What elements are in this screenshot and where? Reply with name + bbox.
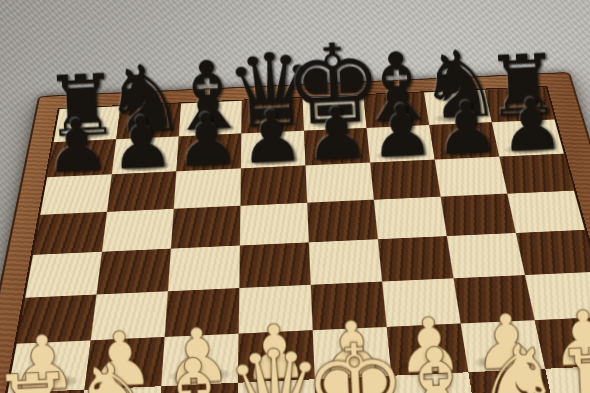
square-h5[interactable] xyxy=(507,191,584,233)
black-pawn[interactable]: ♟ xyxy=(433,92,500,166)
square-c4[interactable] xyxy=(168,245,240,291)
black-pawn[interactable]: ♟ xyxy=(368,95,435,169)
square-d4[interactable] xyxy=(239,242,310,288)
square-e4[interactable] xyxy=(309,239,382,285)
square-d5[interactable] xyxy=(240,203,309,246)
square-f5[interactable] xyxy=(374,197,447,240)
square-e1[interactable]: ♚ xyxy=(315,376,397,393)
square-h4[interactable] xyxy=(516,230,590,275)
black-pawn[interactable]: ♟ xyxy=(498,89,565,163)
board-grid: ♜♞♝♛♚♝♞♜♟♟♟♟♟♟♟♟♟♟♟♟♟♟♟♟♜♞♝♛♚♝♞♜ xyxy=(0,86,590,393)
square-g5[interactable] xyxy=(441,194,516,236)
square-a4[interactable] xyxy=(25,252,102,298)
square-e5[interactable] xyxy=(307,200,378,243)
square-h7[interactable]: ♟ xyxy=(492,119,564,156)
square-a7[interactable]: ♟ xyxy=(47,139,116,177)
square-d7[interactable]: ♟ xyxy=(241,131,306,169)
square-c5[interactable] xyxy=(171,206,241,249)
square-b7[interactable]: ♟ xyxy=(112,136,179,174)
square-e7[interactable]: ♟ xyxy=(304,128,370,166)
square-f7[interactable]: ♟ xyxy=(367,125,435,163)
square-b5[interactable] xyxy=(102,209,174,252)
square-b4[interactable] xyxy=(97,249,171,295)
white-rook[interactable]: ♜ xyxy=(553,334,590,393)
square-f4[interactable] xyxy=(378,236,454,281)
black-pawn[interactable]: ♟ xyxy=(43,110,110,184)
white-king[interactable]: ♚ xyxy=(301,326,410,393)
black-pawn[interactable]: ♟ xyxy=(108,107,175,181)
square-a5[interactable] xyxy=(33,212,107,255)
square-g7[interactable]: ♟ xyxy=(429,122,499,159)
black-pawn[interactable]: ♟ xyxy=(173,104,240,178)
black-pawn[interactable]: ♟ xyxy=(238,101,305,175)
square-c7[interactable]: ♟ xyxy=(176,134,241,172)
chess-board: ♜♞♝♛♚♝♞♜♟♟♟♟♟♟♟♟♟♟♟♟♟♟♟♟♜♞♝♛♚♝♞♜ xyxy=(0,72,590,393)
background-carpet: ♜♞♝♛♚♝♞♜♟♟♟♟♟♟♟♟♟♟♟♟♟♟♟♟♜♞♝♛♚♝♞♜ xyxy=(0,0,590,393)
square-g4[interactable] xyxy=(447,233,525,278)
black-pawn[interactable]: ♟ xyxy=(303,98,370,172)
